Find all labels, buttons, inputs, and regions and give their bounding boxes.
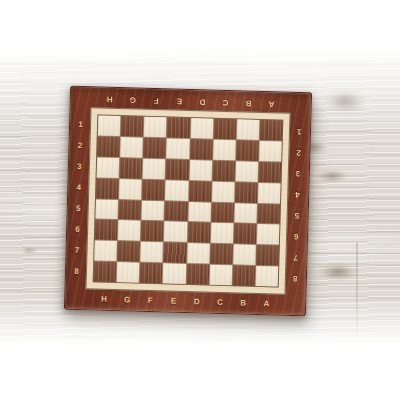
wood-knot (322, 88, 368, 114)
file-label-top-c: C (223, 97, 229, 105)
board-inner-margin (85, 107, 290, 295)
square-a1 (260, 120, 283, 140)
square-e1 (167, 117, 190, 137)
square-c4 (212, 181, 235, 201)
rank-label-right-8: 8 (293, 273, 298, 281)
square-e2 (167, 138, 190, 158)
rank-label-left-7: 7 (75, 246, 80, 254)
rank-label-left-5: 5 (76, 204, 81, 212)
file-label-bottom-g: G (124, 296, 130, 304)
square-h6 (95, 220, 118, 240)
square-h3 (97, 157, 120, 177)
square-h4 (96, 178, 119, 198)
rank-label-left-4: 4 (76, 183, 81, 191)
file-label-bottom-a: A (264, 300, 270, 308)
square-e8 (163, 263, 186, 283)
file-label-top-f: F (153, 95, 158, 103)
square-b3 (235, 161, 258, 181)
square-f2 (143, 138, 166, 158)
square-c6 (210, 223, 233, 243)
square-f3 (143, 158, 166, 178)
file-label-top-a: A (269, 99, 275, 107)
square-d2 (190, 139, 213, 159)
square-e5 (165, 201, 188, 221)
square-b1 (236, 119, 259, 139)
square-a8 (256, 266, 279, 286)
square-b7 (233, 245, 256, 265)
square-g6 (118, 220, 141, 240)
square-a6 (257, 224, 280, 244)
square-d4 (189, 181, 212, 201)
square-e3 (166, 159, 189, 179)
square-f1 (144, 117, 167, 137)
squares (93, 114, 284, 287)
file-label-bottom-b: B (240, 299, 246, 307)
photo-scene: HGFEDCBA HGFEDCBA 12345678 12345678 (0, 0, 400, 400)
chess-board: HGFEDCBA HGFEDCBA 12345678 12345678 (64, 86, 312, 317)
plank-seam (292, 253, 400, 254)
file-label-bottom-d: D (194, 298, 200, 306)
rank-label-left-3: 3 (77, 162, 82, 170)
square-a4 (258, 183, 281, 203)
file-label-bottom-h: H (101, 295, 107, 303)
square-f7 (141, 242, 164, 262)
square-a7 (256, 245, 279, 265)
board-frame: HGFEDCBA HGFEDCBA 12345678 12345678 (64, 86, 312, 317)
square-d3 (189, 160, 212, 180)
plank-seam (0, 63, 400, 65)
file-label-top-g: G (129, 95, 135, 103)
file-label-top-h: H (106, 94, 112, 102)
square-f4 (142, 179, 165, 199)
square-c1 (213, 119, 236, 139)
rank-label-right-4: 4 (295, 190, 300, 198)
wood-knot (20, 246, 38, 255)
square-d5 (188, 202, 211, 222)
square-e4 (165, 180, 188, 200)
square-a2 (259, 141, 282, 161)
square-d8 (186, 264, 209, 284)
rank-label-left-2: 2 (78, 141, 83, 149)
rank-label-left-6: 6 (75, 225, 80, 233)
file-label-bottom-f: F (148, 296, 153, 304)
square-g3 (120, 158, 143, 178)
square-b5 (234, 203, 257, 223)
square-h5 (95, 199, 118, 219)
rank-label-right-1: 1 (297, 127, 302, 135)
rank-label-right-2: 2 (297, 148, 302, 156)
square-b6 (234, 224, 257, 244)
square-d1 (190, 118, 213, 138)
rank-label-right-7: 7 (294, 252, 299, 260)
square-d6 (187, 222, 210, 242)
file-label-top-e: E (176, 96, 182, 104)
rank-label-left-8: 8 (74, 267, 79, 275)
square-g1 (121, 116, 144, 136)
plank-seam (356, 243, 358, 338)
square-h1 (98, 115, 121, 135)
square-f8 (140, 263, 163, 283)
square-a5 (257, 203, 280, 223)
file-label-bottom-e: E (171, 297, 177, 305)
file-label-bottom-c: C (217, 298, 223, 306)
square-b2 (236, 140, 259, 160)
square-c8 (209, 265, 232, 285)
rank-label-left-1: 1 (78, 120, 83, 128)
square-g2 (120, 137, 143, 157)
file-label-top-b: B (246, 98, 252, 106)
square-g8 (117, 262, 140, 282)
square-h8 (94, 262, 117, 282)
wood-knot (314, 168, 350, 184)
square-f6 (141, 221, 164, 241)
square-c5 (211, 202, 234, 222)
square-h2 (97, 136, 120, 156)
square-f5 (142, 200, 165, 220)
square-e6 (164, 222, 187, 242)
square-c2 (213, 140, 236, 160)
square-a3 (258, 162, 281, 182)
square-c3 (212, 160, 235, 180)
square-c7 (210, 244, 233, 264)
file-label-top-d: D (199, 97, 205, 105)
square-g4 (119, 179, 142, 199)
square-d7 (187, 243, 210, 263)
rank-label-right-5: 5 (295, 210, 300, 218)
square-g5 (119, 200, 142, 220)
square-h7 (94, 241, 117, 261)
ranks-right: 12345678 (287, 120, 309, 288)
square-b8 (232, 265, 255, 285)
square-g7 (117, 241, 140, 261)
square-e7 (164, 243, 187, 263)
square-b4 (235, 182, 258, 202)
rank-label-right-3: 3 (296, 169, 301, 177)
wood-knot (316, 262, 360, 282)
rank-label-right-6: 6 (294, 231, 299, 239)
